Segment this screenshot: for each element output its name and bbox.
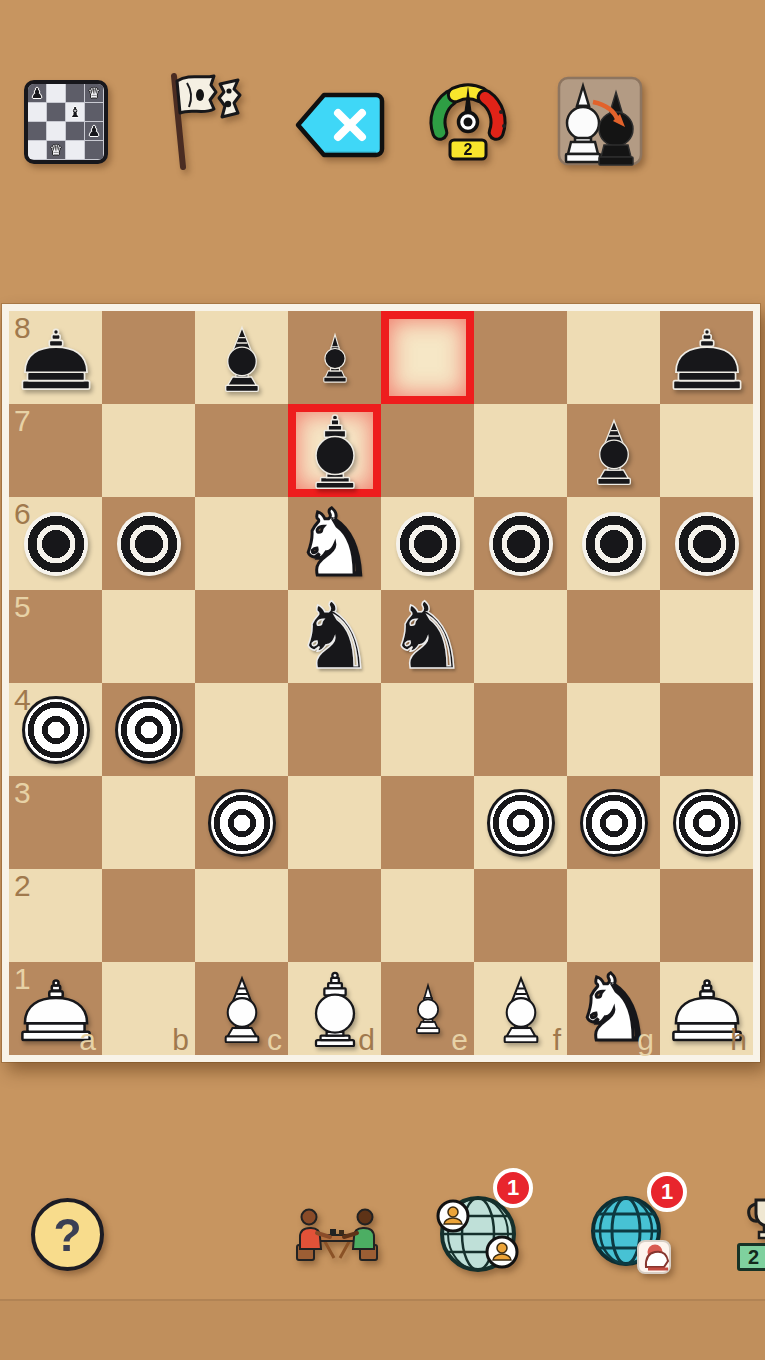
black-khon-bishop-piece[interactable] [208,317,276,399]
square-f1[interactable]: f [474,962,567,1055]
difficulty-button[interactable]: 2 [425,72,513,172]
mini-piece-glyph: ♝ [69,105,82,119]
square-f7[interactable] [474,404,567,497]
square-b1[interactable]: b [102,962,195,1055]
mini-board-cell [66,141,84,159]
white-met-queen-piece[interactable] [400,974,456,1044]
square-e1[interactable]: e [381,962,474,1055]
mini-board-cell: ♛ [47,141,65,159]
square-b2[interactable] [102,869,195,962]
square-g3[interactable] [567,776,660,869]
square-c6[interactable] [195,497,288,590]
square-a2[interactable]: 2 [9,869,102,962]
square-g8[interactable] [567,311,660,404]
mini-piece-glyph: ♛ [88,86,101,100]
mini-board-cell [28,141,46,159]
rank-label: 7 [14,404,31,437]
square-g5[interactable] [567,590,660,683]
square-e4[interactable] [381,683,474,776]
square-d2[interactable] [288,869,381,962]
online-players-badge: 1 [493,1168,533,1208]
square-g6[interactable] [567,497,660,590]
mini-board-cell: ♛ [85,84,103,102]
black-ma-knight-piece[interactable]: ♞ [293,591,375,683]
square-b7[interactable] [102,404,195,497]
square-g1[interactable]: g♞ [567,962,660,1055]
black-bia-pawn-piece[interactable] [582,512,646,576]
rank-label: 5 [14,590,31,623]
setup-board-icon: ♟♛♝♟♛ [24,80,108,164]
white-bia-pawn-piece[interactable] [673,789,741,857]
trophy-icon [746,1194,765,1244]
file-label: f [553,1024,561,1056]
black-khun-king-piece[interactable] [297,405,373,497]
square-b3[interactable] [102,776,195,869]
black-bia-pawn-piece[interactable] [396,512,460,576]
square-b4[interactable] [102,683,195,776]
square-a3[interactable]: 3 [9,776,102,869]
difficulty-gauge-icon: 2 [425,72,513,168]
mini-board-cell [85,103,103,121]
square-d8[interactable] [288,311,381,404]
rank-label: 6 [14,497,31,530]
switch-sides-button[interactable] [557,76,643,172]
white-flag-icon [162,68,242,172]
white-bia-pawn-piece[interactable] [115,696,183,764]
square-c5[interactable] [195,590,288,683]
square-a6[interactable]: 6 [9,497,102,590]
black-bia-pawn-piece[interactable] [675,512,739,576]
square-f5[interactable] [474,590,567,683]
white-bia-pawn-piece[interactable] [487,789,555,857]
square-d1[interactable]: d [288,962,381,1055]
square-a5[interactable]: 5 [9,590,102,683]
black-bia-pawn-piece[interactable] [24,512,88,576]
square-d4[interactable] [288,683,381,776]
white-khon-bishop-piece[interactable] [208,968,276,1050]
square-d7[interactable] [288,404,381,497]
file-label: c [267,1024,282,1056]
file-label: a [79,1024,96,1056]
square-f3[interactable] [474,776,567,869]
square-f4[interactable] [474,683,567,776]
black-bia-pawn-piece[interactable] [117,512,181,576]
mini-piece-glyph: ♟ [31,86,44,100]
square-e5[interactable]: ♞ [381,590,474,683]
mini-board-cell [47,84,65,102]
undo-move-button[interactable] [292,86,388,168]
square-h6[interactable] [660,497,753,590]
square-e2[interactable] [381,869,474,962]
mini-board-cell [66,84,84,102]
question-mark-icon: ? [53,1208,81,1262]
square-e7[interactable] [381,404,474,497]
two-players-table-icon [291,1205,383,1265]
makruk-board: 876♞5♞♞4321abcdefg♞h [2,304,760,1062]
square-e6[interactable] [381,497,474,590]
difficulty-level-value: 2 [464,141,473,158]
square-d3[interactable] [288,776,381,869]
mini-board-cell [28,122,46,140]
bottom-panel-divider [0,1299,765,1360]
rank-label: 4 [14,683,31,716]
white-bia-pawn-piece[interactable] [22,696,90,764]
black-ma-knight-piece[interactable]: ♞ [386,591,468,683]
undo-backspace-icon [292,86,388,164]
mini-board-cell: ♟ [85,122,103,140]
square-h7[interactable] [660,404,753,497]
file-label: h [730,1024,747,1056]
square-h1[interactable]: h [660,962,753,1055]
leaderboard-rank-chip[interactable]: 2 [737,1243,765,1271]
square-f2[interactable] [474,869,567,962]
square-d6[interactable]: ♞ [288,497,381,590]
square-c4[interactable] [195,683,288,776]
mini-board-cell [28,103,46,121]
help-button[interactable]: ? [31,1198,104,1271]
mini-board-cell: ♝ [66,103,84,121]
resign-button[interactable] [162,68,242,176]
square-c2[interactable] [195,869,288,962]
file-label: b [172,1024,189,1056]
square-g4[interactable] [567,683,660,776]
square-c8[interactable] [195,311,288,404]
online-game-badge: 1 [647,1172,687,1212]
square-b8[interactable] [102,311,195,404]
square-b6[interactable] [102,497,195,590]
mini-piece-glyph: ♟ [88,124,101,138]
switch-sides-icon [557,76,643,168]
black-bia-pawn-piece[interactable] [489,512,553,576]
black-khon-bishop-piece[interactable] [580,410,648,492]
mini-board-cell [85,141,103,159]
setup-board-button[interactable]: ♟♛♝♟♛ [24,80,108,164]
square-a7[interactable]: 7 [9,404,102,497]
white-khon-bishop-piece[interactable] [487,968,555,1050]
square-d5[interactable]: ♞ [288,590,381,683]
rank-label: 1 [14,962,31,995]
file-label: e [451,1024,468,1056]
square-f6[interactable] [474,497,567,590]
mini-piece-glyph: ♛ [50,143,63,157]
white-bia-pawn-piece[interactable] [580,789,648,857]
square-h3[interactable] [660,776,753,869]
square-a4[interactable]: 4 [9,683,102,776]
square-g7[interactable] [567,404,660,497]
file-label: d [358,1024,375,1056]
square-e8[interactable] [381,311,474,404]
square-h5[interactable] [660,590,753,683]
square-c7[interactable] [195,404,288,497]
square-h4[interactable] [660,683,753,776]
white-ma-knight-piece[interactable]: ♞ [293,498,375,590]
square-a1[interactable]: 1a [9,962,102,1055]
rank-value: 2 [748,1246,759,1269]
mini-board-cell [66,122,84,140]
mini-board-cell [47,103,65,121]
white-bia-pawn-piece[interactable] [208,789,276,857]
leaderboard-button[interactable] [746,1194,765,1248]
rank-label: 3 [14,776,31,809]
square-h8[interactable] [660,311,753,404]
square-h2[interactable] [660,869,753,962]
mini-board-cell [47,122,65,140]
black-ruea-rook-piece[interactable] [665,325,749,391]
square-f8[interactable] [474,311,567,404]
square-b5[interactable] [102,590,195,683]
local-two-player-button[interactable] [291,1205,383,1269]
rank-label: 8 [14,311,31,344]
square-a8[interactable]: 8 [9,311,102,404]
black-met-queen-piece[interactable] [307,323,363,393]
rank-label: 2 [14,869,31,902]
square-g2[interactable] [567,869,660,962]
app-screen: { "game": "Makruk (Thai chess)", "positi… [0,0,765,1360]
mini-board-cell: ♟ [28,84,46,102]
square-e3[interactable] [381,776,474,869]
square-c3[interactable] [195,776,288,869]
file-label: g [637,1024,654,1056]
square-c1[interactable]: c [195,962,288,1055]
